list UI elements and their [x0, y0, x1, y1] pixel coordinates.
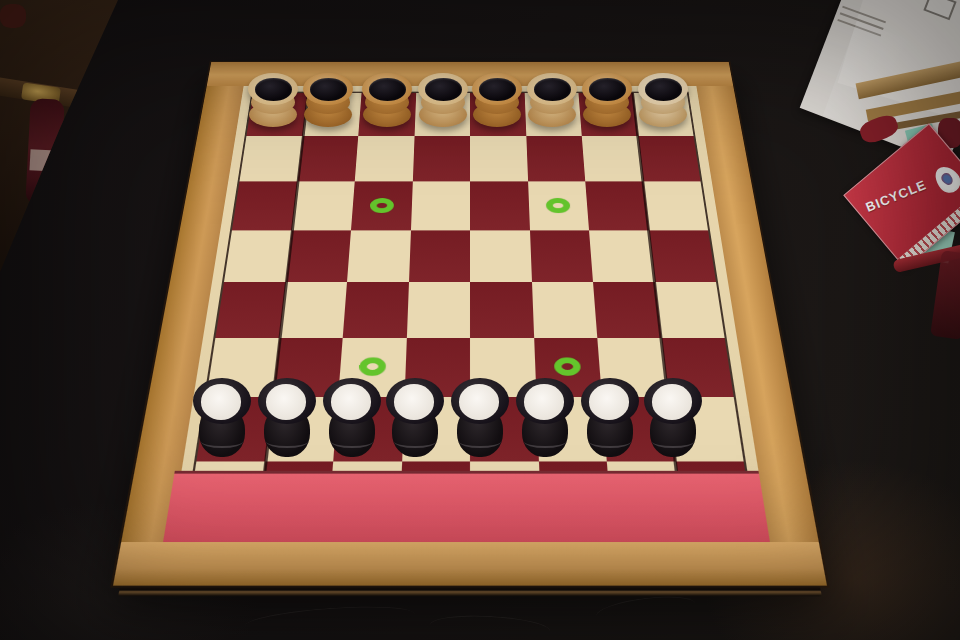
piece-groove [331, 435, 373, 448]
square-r3c7[interactable] [585, 181, 648, 230]
light-piece-c2[interactable] [303, 73, 353, 127]
square-r2c5[interactable] [470, 136, 528, 182]
piece-groove [524, 435, 566, 448]
square-r3c2[interactable] [291, 181, 354, 230]
square-r5c8[interactable] [655, 282, 725, 338]
dark-piece-c5[interactable] [451, 378, 509, 458]
table-scratch [595, 592, 697, 628]
bicycle-shield-icon [930, 162, 960, 198]
piece-groove [459, 435, 501, 448]
pink-paper-strip [163, 471, 770, 542]
piece-black-recess [645, 78, 682, 101]
green-ring-marker [370, 198, 395, 213]
dark-piece-c4[interactable] [386, 378, 444, 458]
square-r2c6[interactable] [526, 136, 585, 182]
square-r4c7[interactable] [589, 230, 654, 282]
red-object [0, 4, 26, 28]
square-r3c1[interactable] [232, 181, 297, 230]
dark-piece-c7[interactable] [581, 378, 639, 458]
dark-piece-c3[interactable] [323, 378, 381, 458]
square-r5c6[interactable] [532, 282, 598, 338]
piece-black-recess [479, 78, 516, 101]
scene-photo: BICYCLE [0, 0, 960, 640]
square-r2c8[interactable] [638, 136, 701, 182]
checker-grid [186, 93, 754, 530]
square-r2c3[interactable] [355, 136, 414, 182]
dark-piece-c1[interactable] [193, 378, 251, 458]
bottle-label-band [29, 149, 60, 172]
piece-groove [201, 435, 243, 448]
piece-white-label [652, 384, 692, 419]
checkers-board [113, 62, 827, 586]
square-r5c3[interactable] [343, 282, 409, 338]
frame-rail-bottom [113, 542, 827, 586]
square-r5c1[interactable] [215, 282, 285, 338]
piece-black-recess [589, 78, 626, 101]
piece-black-recess [425, 78, 462, 101]
piece-white-label [459, 384, 499, 419]
piece-groove [266, 435, 308, 448]
dark-piece-c8[interactable] [644, 378, 702, 458]
square-r4c4[interactable] [409, 230, 471, 282]
square-r5c7[interactable] [593, 282, 661, 338]
light-piece-c1[interactable] [248, 73, 298, 127]
board-surface [170, 86, 770, 542]
dark-piece-c6[interactable] [516, 378, 574, 458]
piece-white-label [201, 384, 241, 419]
piece-white-label [589, 384, 629, 419]
light-piece-c3[interactable] [362, 73, 412, 127]
piece-black-recess [255, 78, 292, 101]
square-r5c4[interactable] [406, 282, 470, 338]
light-piece-c5[interactable] [472, 73, 522, 127]
piece-black-recess [310, 78, 347, 101]
table-scratch [244, 602, 415, 638]
light-piece-c6[interactable] [527, 73, 577, 127]
square-r2c1[interactable] [239, 136, 302, 182]
piece-white-label [524, 384, 564, 419]
piece-white-label [394, 384, 434, 419]
green-ring-marker [554, 358, 581, 376]
piece-black-recess [369, 78, 406, 101]
square-r3c8[interactable] [643, 181, 708, 230]
square-r3c4[interactable] [410, 181, 470, 230]
square-r3c3[interactable] [351, 181, 412, 230]
piece-black-recess [534, 78, 571, 101]
square-r4c5[interactable] [470, 230, 532, 282]
square-r5c2[interactable] [279, 282, 347, 338]
light-piece-c7[interactable] [582, 73, 632, 127]
square-r2c2[interactable] [297, 136, 358, 182]
piece-groove [394, 435, 436, 448]
square-r3c5[interactable] [470, 181, 530, 230]
box-under-edge [118, 586, 822, 597]
square-r2c4[interactable] [412, 136, 470, 182]
piece-white-label [331, 384, 371, 419]
furniture-top-left [0, 0, 200, 290]
piece-groove [589, 435, 631, 448]
square-r4c3[interactable] [347, 230, 410, 282]
square-r5c5[interactable] [470, 282, 534, 338]
table-scratch [429, 613, 550, 640]
square-r4c2[interactable] [286, 230, 351, 282]
piece-white-label [266, 384, 306, 419]
green-ring-marker [546, 198, 571, 213]
green-ring-marker [359, 358, 386, 376]
dark-piece-c2[interactable] [258, 378, 316, 458]
bicycle-label: BICYCLE [864, 177, 929, 215]
square-r4c8[interactable] [649, 230, 716, 282]
piece-groove [652, 435, 694, 448]
square-r2c7[interactable] [582, 136, 643, 182]
square-r4c6[interactable] [530, 230, 593, 282]
square-r4c1[interactable] [224, 230, 291, 282]
light-piece-c4[interactable] [418, 73, 468, 127]
square-r3c6[interactable] [528, 181, 589, 230]
light-piece-c8[interactable] [638, 73, 688, 127]
